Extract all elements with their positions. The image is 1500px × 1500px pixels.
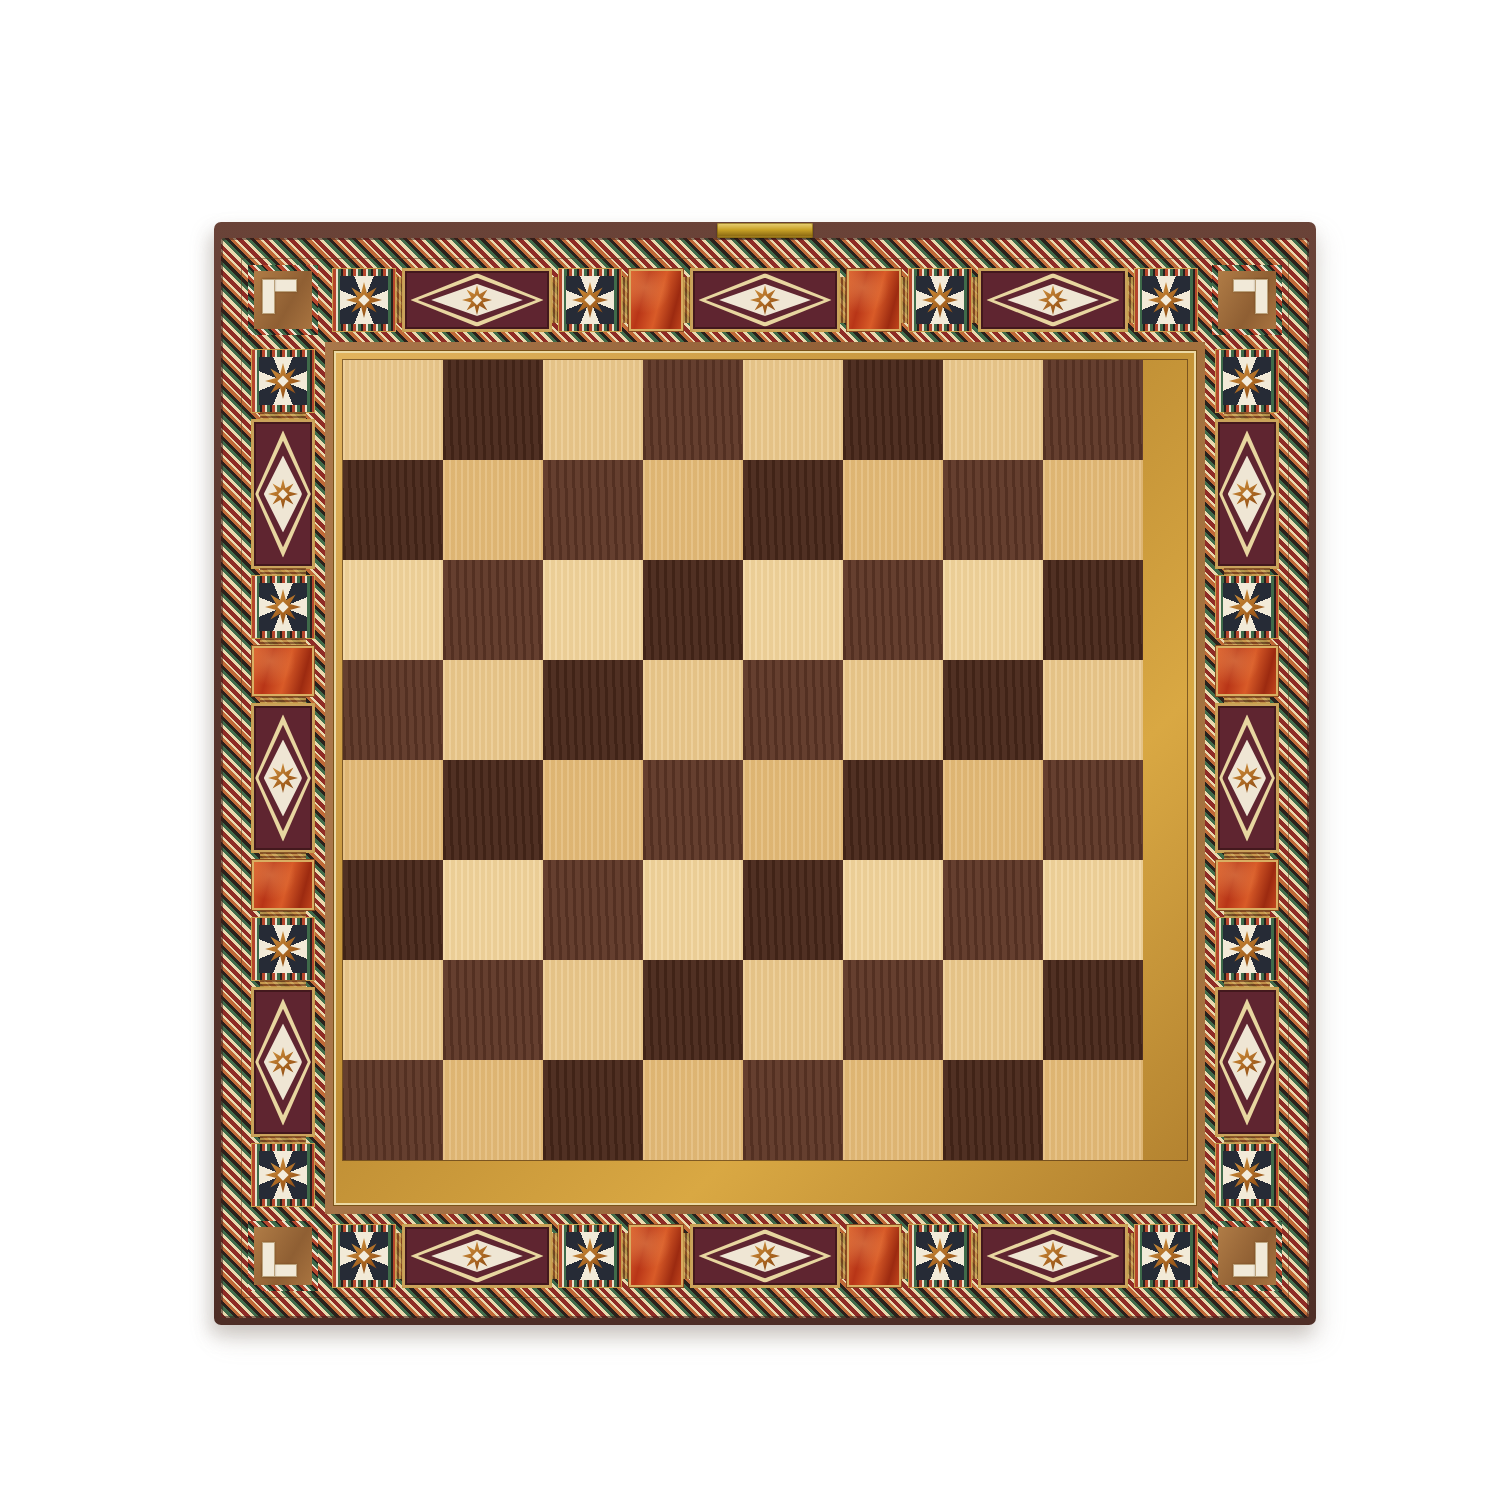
square-e3 [743, 860, 843, 960]
square-h5 [1043, 660, 1143, 760]
corner-tile [1212, 1221, 1282, 1291]
eight-point-star [1038, 285, 1068, 315]
square-e8 [743, 360, 843, 460]
square-a4 [343, 760, 443, 860]
pearl-arm [262, 279, 275, 313]
red-burl-tile [629, 269, 683, 331]
star-tile [1135, 1225, 1197, 1287]
corner-tile [1212, 265, 1282, 335]
square-f3 [843, 860, 943, 960]
board-field [325, 342, 1205, 1214]
square-e2 [743, 960, 843, 1060]
eight-point-star [346, 1238, 382, 1274]
walnut-margin [325, 342, 1205, 1214]
diamond-medallion [691, 269, 839, 331]
square-g4 [943, 760, 1043, 860]
eight-point-star [1229, 363, 1265, 399]
diamond-medallion [1216, 704, 1278, 852]
mosaic-border [241, 258, 1289, 1298]
eight-point-star [922, 1238, 958, 1274]
square-d7 [643, 460, 743, 560]
square-c7 [543, 460, 643, 560]
red-burl-tile [1216, 646, 1278, 696]
square-f2 [843, 960, 943, 1060]
square-f4 [843, 760, 943, 860]
eight-point-star [1232, 763, 1262, 793]
square-a8 [343, 360, 443, 460]
red-burl-tile [252, 646, 314, 696]
square-e5 [743, 660, 843, 760]
star-tile [252, 1144, 314, 1206]
gold-separator [971, 277, 979, 323]
eight-point-star [572, 1238, 608, 1274]
square-g3 [943, 860, 1043, 960]
pearl-arm [1255, 1242, 1268, 1276]
border-strip-left [241, 342, 325, 1214]
square-d1 [643, 1060, 743, 1160]
gold-separator [1224, 980, 1270, 988]
square-b3 [443, 860, 543, 960]
eight-point-star [265, 363, 301, 399]
border-strip-right [1205, 342, 1289, 1214]
star-tile [909, 1225, 971, 1287]
eight-point-star [268, 763, 298, 793]
gold-separator [621, 277, 629, 323]
chess-board-box [214, 222, 1316, 1325]
square-g6 [943, 560, 1043, 660]
square-b2 [443, 960, 543, 1060]
eight-point-star [265, 589, 301, 625]
square-f6 [843, 560, 943, 660]
square-a3 [343, 860, 443, 960]
gold-separator [901, 277, 909, 323]
diamond-medallion [252, 420, 314, 568]
star-tile [1216, 1144, 1278, 1206]
square-b4 [443, 760, 543, 860]
gold-separator [1224, 852, 1270, 860]
star-tile [909, 269, 971, 331]
square-c8 [543, 360, 643, 460]
square-c2 [543, 960, 643, 1060]
square-h8 [1043, 360, 1143, 460]
square-e7 [743, 460, 843, 560]
square-c6 [543, 560, 643, 660]
square-b7 [443, 460, 543, 560]
gold-separator [1224, 1136, 1270, 1144]
star-tile [1135, 269, 1197, 331]
square-f7 [843, 460, 943, 560]
square-g8 [943, 360, 1043, 460]
eight-point-star [462, 285, 492, 315]
eight-point-star [1229, 589, 1265, 625]
gold-separator [260, 1136, 306, 1144]
eight-point-star [265, 1157, 301, 1193]
star-tile [333, 269, 395, 331]
gold-separator [1224, 696, 1270, 704]
gold-separator [621, 1233, 629, 1279]
corner-motif-bottom-right [1205, 1214, 1289, 1298]
diamond-medallion [1216, 988, 1278, 1136]
eight-point-star [268, 1047, 298, 1077]
corner-motif-top-right [1205, 258, 1289, 342]
gold-separator [260, 910, 306, 918]
square-b1 [443, 1060, 543, 1160]
red-burl-tile [252, 860, 314, 910]
star-tile [252, 918, 314, 980]
diamond-medallion [403, 1225, 551, 1287]
gold-separator [260, 980, 306, 988]
diamond-medallion [979, 1225, 1127, 1287]
eight-point-star [750, 1241, 780, 1271]
square-c4 [543, 760, 643, 860]
star-tile [1216, 350, 1278, 412]
eight-point-star [1229, 1157, 1265, 1193]
square-c5 [543, 660, 643, 760]
square-h2 [1043, 960, 1143, 1060]
star-tile [559, 1225, 621, 1287]
gold-separator [683, 277, 691, 323]
square-e6 [743, 560, 843, 660]
gold-frame [333, 350, 1197, 1206]
eight-point-star [1148, 1238, 1184, 1274]
square-g2 [943, 960, 1043, 1060]
square-f5 [843, 660, 943, 760]
eight-point-star [265, 931, 301, 967]
red-burl-tile [847, 269, 901, 331]
square-b8 [443, 360, 543, 460]
square-a5 [343, 660, 443, 760]
square-d6 [643, 560, 743, 660]
gold-separator [901, 1233, 909, 1279]
pearl-arm [1255, 279, 1268, 313]
square-g7 [943, 460, 1043, 560]
gold-separator [260, 568, 306, 576]
square-h4 [1043, 760, 1143, 860]
square-a7 [343, 460, 443, 560]
square-h6 [1043, 560, 1143, 660]
brass-hinge [717, 223, 813, 238]
star-tile [559, 269, 621, 331]
corner-motif-bottom-left [241, 1214, 325, 1298]
red-burl-tile [629, 1225, 683, 1287]
gold-separator [260, 638, 306, 646]
striped-ribbon-frame [221, 238, 1309, 1318]
diamond-medallion [1216, 420, 1278, 568]
eight-point-star [1229, 931, 1265, 967]
diamond-medallion [979, 269, 1127, 331]
eight-point-star [1232, 479, 1262, 509]
square-h3 [1043, 860, 1143, 960]
star-tile [1216, 576, 1278, 638]
square-a1 [343, 1060, 443, 1160]
eight-point-star [1038, 1241, 1068, 1271]
diamond-medallion [252, 988, 314, 1136]
corner-tile [248, 1221, 318, 1291]
diamond-medallion [403, 269, 551, 331]
square-h1 [1043, 1060, 1143, 1160]
red-burl-tile [847, 1225, 901, 1287]
gold-separator [1224, 412, 1270, 420]
eight-point-star [750, 285, 780, 315]
eight-point-star [1232, 1047, 1262, 1077]
square-f8 [843, 360, 943, 460]
gold-separator [971, 1233, 979, 1279]
square-g5 [943, 660, 1043, 760]
square-d2 [643, 960, 743, 1060]
star-tile [252, 350, 314, 412]
star-tile [333, 1225, 395, 1287]
gold-separator [1224, 910, 1270, 918]
gold-separator [683, 1233, 691, 1279]
gold-separator [260, 852, 306, 860]
eight-point-star [572, 282, 608, 318]
corner-tile [248, 265, 318, 335]
gold-separator [551, 1233, 559, 1279]
gold-separator [1224, 568, 1270, 576]
gold-separator [260, 696, 306, 704]
eight-point-star [268, 479, 298, 509]
star-tile [252, 576, 314, 638]
corner-motif-top-left [241, 258, 325, 342]
square-f1 [843, 1060, 943, 1160]
eight-point-star [346, 282, 382, 318]
gold-separator [839, 277, 847, 323]
pearl-arm [262, 1242, 275, 1276]
border-strip-top [325, 258, 1205, 342]
eight-point-star [1148, 282, 1184, 318]
gold-separator [839, 1233, 847, 1279]
square-a2 [343, 960, 443, 1060]
red-burl-tile [1216, 860, 1278, 910]
gold-separator [1224, 638, 1270, 646]
eight-point-star [922, 282, 958, 318]
square-d8 [643, 360, 743, 460]
square-h7 [1043, 460, 1143, 560]
square-a6 [343, 560, 443, 660]
star-tile [1216, 918, 1278, 980]
square-b5 [443, 660, 543, 760]
diamond-medallion [252, 704, 314, 852]
square-d3 [643, 860, 743, 960]
border-strip-bottom [325, 1214, 1205, 1298]
gold-separator [260, 412, 306, 420]
gold-separator [395, 1233, 403, 1279]
square-c1 [543, 1060, 643, 1160]
square-e1 [743, 1060, 843, 1160]
gold-separator [1127, 1233, 1135, 1279]
gold-separator [551, 277, 559, 323]
square-g1 [943, 1060, 1043, 1160]
square-b6 [443, 560, 543, 660]
gold-separator [1127, 277, 1135, 323]
checkerboard [343, 360, 1187, 1160]
square-d5 [643, 660, 743, 760]
square-c3 [543, 860, 643, 960]
diamond-medallion [691, 1225, 839, 1287]
gold-separator [395, 277, 403, 323]
square-d4 [643, 760, 743, 860]
eight-point-star [462, 1241, 492, 1271]
square-e4 [743, 760, 843, 860]
